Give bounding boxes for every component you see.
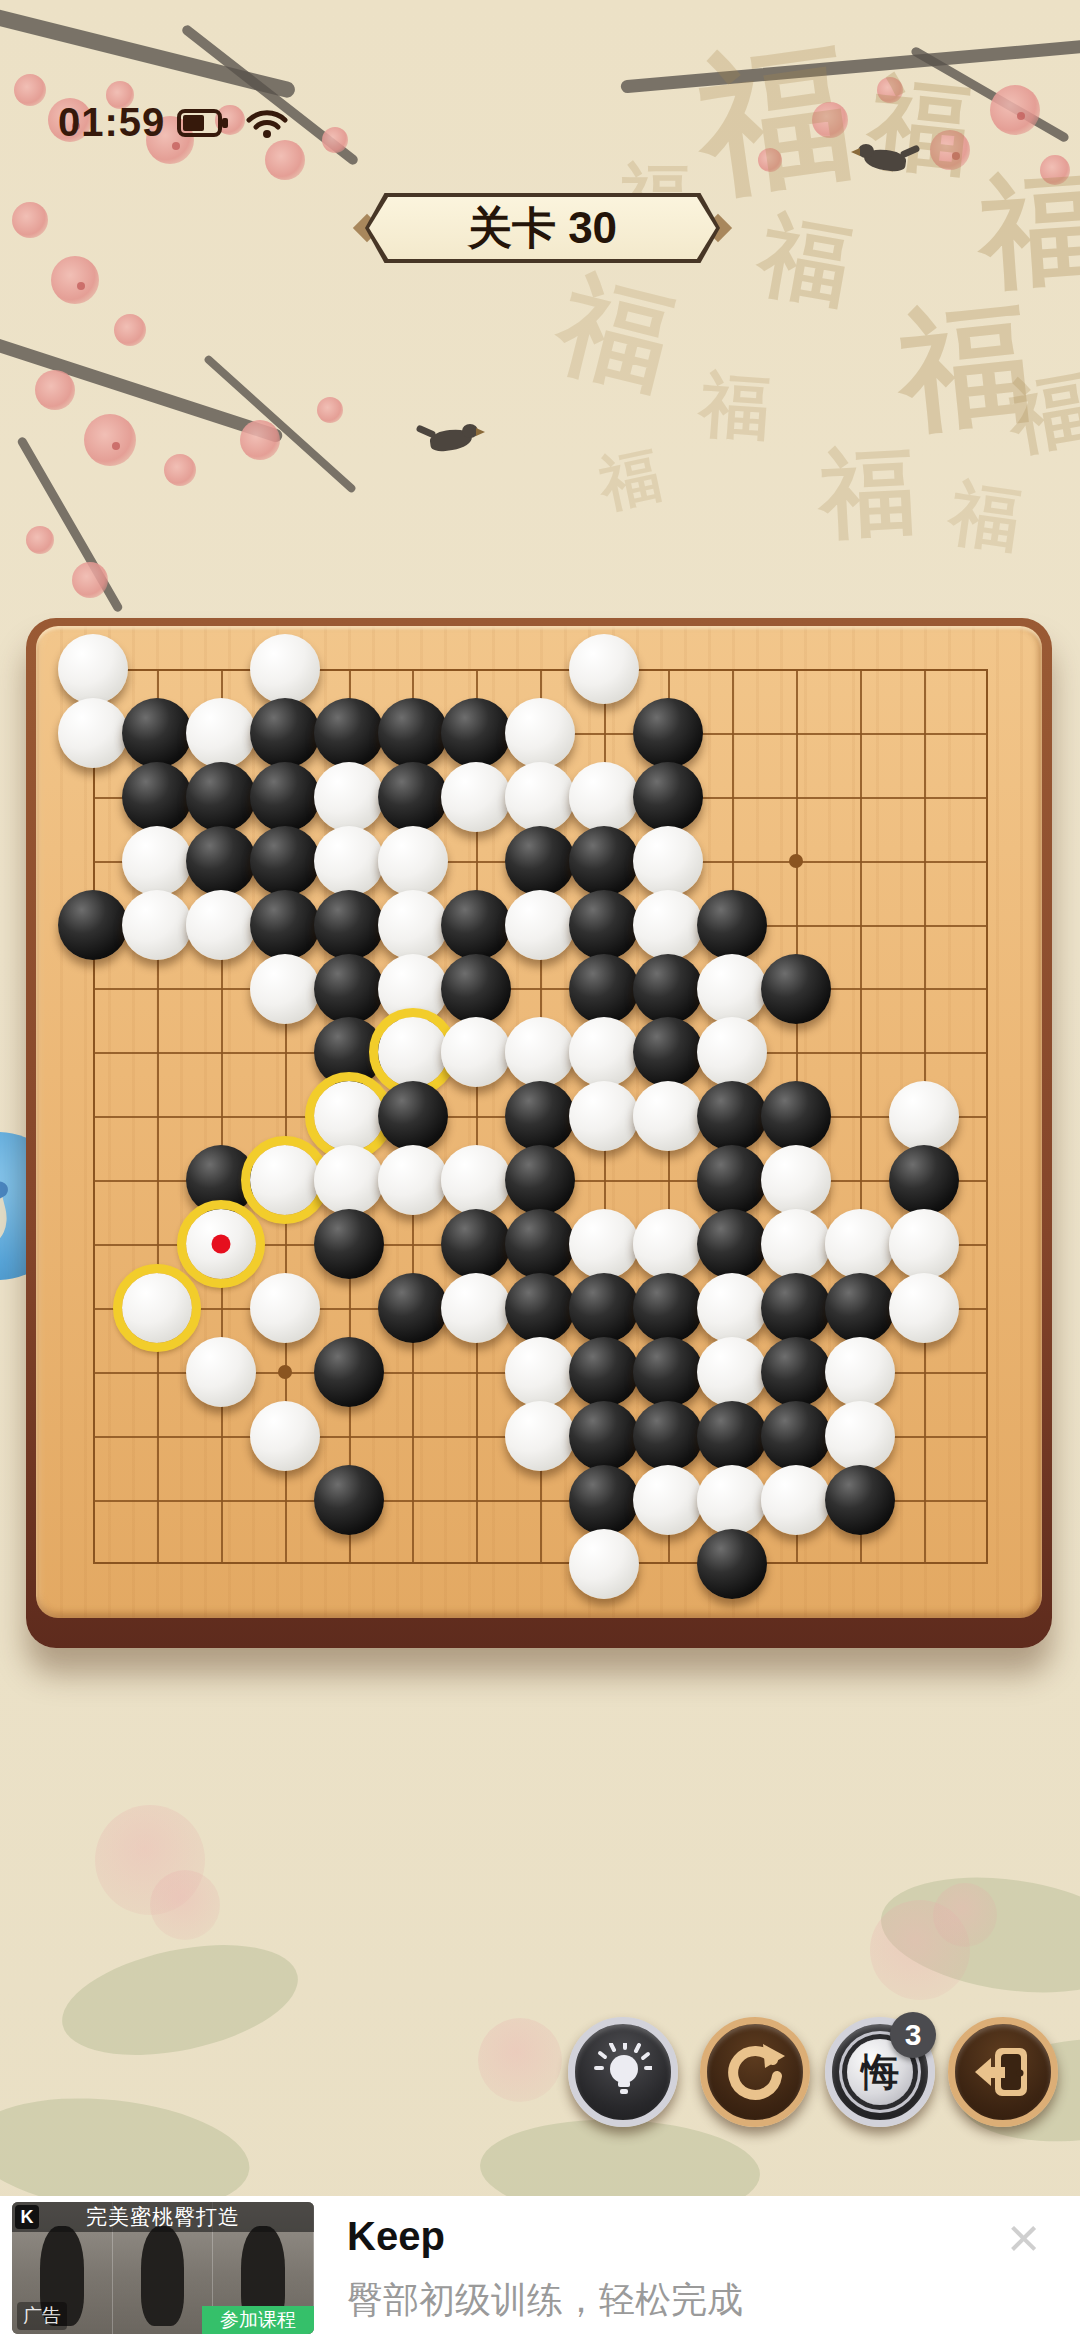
plum-blossom bbox=[240, 420, 280, 460]
lotus-flower bbox=[150, 1870, 220, 1940]
plum-blossom bbox=[12, 202, 48, 238]
black-stone-c12-r13 bbox=[825, 1465, 895, 1535]
app-screen: 福福福福福福福福福福福福 01:59 关卡 30 bbox=[0, 0, 1080, 2340]
bird-beak bbox=[476, 428, 485, 436]
white-stone-c11-r13 bbox=[761, 1465, 831, 1535]
bird-beak bbox=[851, 148, 860, 156]
white-stone-c0-r0 bbox=[58, 634, 128, 704]
black-stone-c3-r1 bbox=[250, 698, 320, 768]
plum-blossom bbox=[26, 526, 54, 554]
white-stone-c9-r4 bbox=[633, 890, 703, 960]
black-stone-c3-r3 bbox=[250, 826, 320, 896]
floating-widget-glyph bbox=[0, 1159, 13, 1254]
white-stone-c1-r3 bbox=[122, 826, 192, 896]
black-stone-c4-r11 bbox=[314, 1337, 384, 1407]
white-stone-c4-r8 bbox=[314, 1145, 384, 1215]
white-stone-c7-r1 bbox=[505, 698, 575, 768]
black-stone-c13-r8 bbox=[889, 1145, 959, 1215]
black-stone-c6-r9 bbox=[441, 1209, 511, 1279]
black-stone-c10-r4 bbox=[697, 890, 767, 960]
white-stone-c12-r9 bbox=[825, 1209, 895, 1279]
plum-blossom bbox=[72, 562, 108, 598]
exit-button[interactable] bbox=[948, 2017, 1058, 2127]
black-stone-c3-r4 bbox=[250, 890, 320, 960]
black-stone-c7-r7 bbox=[505, 1081, 575, 1151]
white-stone-c7-r12 bbox=[505, 1401, 575, 1471]
blossom-center bbox=[77, 282, 85, 290]
white-stone-c7-r6 bbox=[505, 1017, 575, 1087]
black-stone-c11-r12 bbox=[761, 1401, 831, 1471]
board-surface bbox=[36, 626, 1042, 1618]
white-stone-c5-r3 bbox=[378, 826, 448, 896]
status-bar: 01:59 bbox=[58, 100, 289, 145]
black-stone-c6-r1 bbox=[441, 698, 511, 768]
white-stone-c3-r12 bbox=[250, 1401, 320, 1471]
plum-blossom bbox=[84, 414, 136, 466]
black-stone-c8-r4 bbox=[569, 890, 639, 960]
wifi-icon bbox=[245, 106, 289, 140]
white-stone-c0-r1 bbox=[58, 698, 128, 768]
black-stone-c4-r5 bbox=[314, 954, 384, 1024]
black-stone-c5-r7 bbox=[378, 1081, 448, 1151]
hint-button[interactable] bbox=[568, 2017, 678, 2127]
white-stone-c10-r5 bbox=[697, 954, 767, 1024]
white-stone-c13-r7 bbox=[889, 1081, 959, 1151]
ad-thumb-caption: 完美蜜桃臀打造 bbox=[12, 2202, 314, 2232]
black-stone-c11-r11 bbox=[761, 1337, 831, 1407]
bird-silhouette bbox=[420, 418, 480, 458]
black-stone-c4-r13 bbox=[314, 1465, 384, 1535]
white-stone-c12-r12 bbox=[825, 1401, 895, 1471]
white-stone-c9-r7 bbox=[633, 1081, 703, 1151]
black-stone-c9-r11 bbox=[633, 1337, 703, 1407]
ad-label: 广告 bbox=[17, 2302, 67, 2330]
black-stone-c5-r1 bbox=[378, 698, 448, 768]
plum-blossom bbox=[164, 454, 196, 486]
black-stone-c9-r6 bbox=[633, 1017, 703, 1087]
restart-button[interactable] bbox=[700, 2017, 810, 2127]
keep-logo: K bbox=[15, 2205, 39, 2229]
black-stone-c11-r7 bbox=[761, 1081, 831, 1151]
black-stone-c11-r10 bbox=[761, 1273, 831, 1343]
white-stone-c6-r10 bbox=[441, 1273, 511, 1343]
plum-blossom bbox=[35, 370, 75, 410]
undo-count-badge: 3 bbox=[890, 2012, 936, 2058]
black-stone-c7-r3 bbox=[505, 826, 575, 896]
black-stone-c4-r1 bbox=[314, 698, 384, 768]
black-stone-c9-r10 bbox=[633, 1273, 703, 1343]
lotus-leaf bbox=[52, 1926, 308, 2074]
white-stone-c6-r2 bbox=[441, 762, 511, 832]
ad-brand-title: Keep bbox=[347, 2214, 445, 2259]
blossom-center bbox=[1017, 112, 1025, 120]
lotus-flower bbox=[933, 1883, 997, 1947]
white-stone-c2-r11 bbox=[186, 1337, 256, 1407]
white-stone-c6-r8 bbox=[441, 1145, 511, 1215]
plum-blossom bbox=[990, 85, 1040, 135]
exit-door-icon bbox=[973, 2042, 1033, 2102]
plum-blossom bbox=[317, 397, 343, 423]
lotus-flower bbox=[478, 2018, 562, 2102]
white-stone-c8-r9 bbox=[569, 1209, 639, 1279]
black-stone-c10-r7 bbox=[697, 1081, 767, 1151]
black-stone-c7-r8 bbox=[505, 1145, 575, 1215]
black-stone-c0-r4 bbox=[58, 890, 128, 960]
black-stone-c8-r11 bbox=[569, 1337, 639, 1407]
white-stone-c7-r2 bbox=[505, 762, 575, 832]
white-stone-c9-r9 bbox=[633, 1209, 703, 1279]
gomoku-board[interactable] bbox=[26, 618, 1052, 1648]
black-stone-c6-r4 bbox=[441, 890, 511, 960]
black-stone-c1-r2 bbox=[122, 762, 192, 832]
black-stone-c4-r4 bbox=[314, 890, 384, 960]
white-stone-c13-r10 bbox=[889, 1273, 959, 1343]
level-banner: 关卡 30 bbox=[365, 193, 720, 263]
fu-motif: 福 bbox=[592, 435, 668, 527]
black-stone-c8-r10 bbox=[569, 1273, 639, 1343]
stones-layer bbox=[93, 669, 988, 1564]
black-stone-c7-r9 bbox=[505, 1209, 575, 1279]
white-stone-c7-r4 bbox=[505, 890, 575, 960]
black-stone-c10-r12 bbox=[697, 1401, 767, 1471]
ad-headline: 臀部初级训练，轻松完成 bbox=[347, 2276, 743, 2325]
fu-motif: 福 bbox=[697, 358, 773, 457]
winning-highlight-ring bbox=[113, 1264, 201, 1352]
white-stone-c3-r0 bbox=[250, 634, 320, 704]
black-stone-c9-r2 bbox=[633, 762, 703, 832]
black-stone-c1-r1 bbox=[122, 698, 192, 768]
black-stone-c2-r2 bbox=[186, 762, 256, 832]
undo-label: 悔 bbox=[861, 2047, 899, 2098]
restart-arrow-icon bbox=[725, 2042, 785, 2102]
plum-blossom bbox=[14, 74, 46, 106]
white-stone-c10-r10 bbox=[697, 1273, 767, 1343]
white-stone-c13-r9 bbox=[889, 1209, 959, 1279]
fu-motif: 福 bbox=[863, 55, 977, 200]
white-stone-c10-r6 bbox=[697, 1017, 767, 1087]
level-title: 关卡 30 bbox=[365, 193, 720, 263]
black-stone-c6-r5 bbox=[441, 954, 511, 1024]
white-stone-c2-r4 bbox=[186, 890, 256, 960]
black-stone-c11-r5 bbox=[761, 954, 831, 1024]
white-stone-c4-r2 bbox=[314, 762, 384, 832]
white-stone-c5-r8 bbox=[378, 1145, 448, 1215]
fu-motif: 福 bbox=[817, 428, 919, 561]
black-stone-c8-r3 bbox=[569, 826, 639, 896]
undo-button[interactable]: 悔 3 bbox=[825, 2017, 935, 2127]
blossom-center bbox=[112, 442, 120, 450]
black-stone-c9-r5 bbox=[633, 954, 703, 1024]
white-stone-c10-r11 bbox=[697, 1337, 767, 1407]
white-stone-c3-r5 bbox=[250, 954, 320, 1024]
plum-blossom bbox=[114, 314, 146, 346]
black-stone-c4-r9 bbox=[314, 1209, 384, 1279]
white-stone-c5-r4 bbox=[378, 890, 448, 960]
ad-cta-button[interactable]: 参加课程 bbox=[202, 2306, 314, 2334]
white-stone-c11-r9 bbox=[761, 1209, 831, 1279]
black-stone-c5-r2 bbox=[378, 762, 448, 832]
clock-time: 01:59 bbox=[58, 100, 165, 145]
black-stone-c12-r10 bbox=[825, 1273, 895, 1343]
white-stone-c1-r4 bbox=[122, 890, 192, 960]
white-stone-c8-r7 bbox=[569, 1081, 639, 1151]
plum-blossom bbox=[51, 256, 99, 304]
black-stone-c8-r13 bbox=[569, 1465, 639, 1535]
white-stone-c12-r11 bbox=[825, 1337, 895, 1407]
white-stone-c8-r14 bbox=[569, 1529, 639, 1599]
ad-close-icon[interactable]: × bbox=[1007, 2210, 1040, 2266]
white-stone-c2-r1 bbox=[186, 698, 256, 768]
black-stone-c9-r12 bbox=[633, 1401, 703, 1471]
black-stone-c10-r8 bbox=[697, 1145, 767, 1215]
plum-blossom bbox=[322, 127, 348, 153]
white-stone-c10-r13 bbox=[697, 1465, 767, 1535]
fu-motif: 福 bbox=[944, 466, 1026, 569]
black-stone-c10-r14 bbox=[697, 1529, 767, 1599]
ad-thumbnail[interactable]: 完美蜜桃臀打造 K 广告 参加课程 bbox=[12, 2202, 314, 2334]
black-stone-c9-r1 bbox=[633, 698, 703, 768]
bird-tail bbox=[415, 424, 436, 439]
white-stone-c7-r11 bbox=[505, 1337, 575, 1407]
bird-silhouette bbox=[856, 138, 916, 178]
black-stone-c8-r12 bbox=[569, 1401, 639, 1471]
black-stone-c5-r10 bbox=[378, 1273, 448, 1343]
fu-motif: 福 bbox=[750, 193, 860, 329]
lightbulb-icon bbox=[594, 2043, 652, 2101]
fu-motif: 福 bbox=[544, 249, 687, 420]
bird-head bbox=[858, 144, 874, 158]
black-stone-c3-r2 bbox=[250, 762, 320, 832]
ad-banner[interactable]: 完美蜜桃臀打造 K 广告 参加课程 Keep 臀部初级训练，轻松完成 × bbox=[0, 2196, 1080, 2340]
last-move-dot bbox=[211, 1235, 230, 1254]
battery-icon bbox=[177, 106, 233, 140]
white-stone-c3-r10 bbox=[250, 1273, 320, 1343]
white-stone-c11-r8 bbox=[761, 1145, 831, 1215]
plum-blossom bbox=[265, 140, 305, 180]
black-stone-c2-r3 bbox=[186, 826, 256, 896]
white-stone-c8-r2 bbox=[569, 762, 639, 832]
white-stone-c4-r3 bbox=[314, 826, 384, 896]
white-stone-c6-r6 bbox=[441, 1017, 511, 1087]
white-stone-c8-r0 bbox=[569, 634, 639, 704]
white-stone-c9-r3 bbox=[633, 826, 703, 896]
black-stone-c8-r5 bbox=[569, 954, 639, 1024]
black-stone-c10-r9 bbox=[697, 1209, 767, 1279]
black-stone-c7-r10 bbox=[505, 1273, 575, 1343]
fu-motif: 福 bbox=[1001, 354, 1080, 474]
white-stone-c9-r13 bbox=[633, 1465, 703, 1535]
white-stone-c8-r6 bbox=[569, 1017, 639, 1087]
